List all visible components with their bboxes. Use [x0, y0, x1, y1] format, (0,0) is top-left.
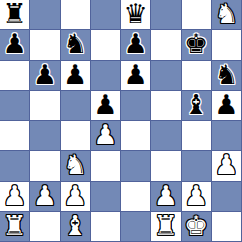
square-e4[interactable] [121, 121, 151, 151]
square-a2[interactable]: ♟ [0, 182, 30, 212]
square-h1[interactable] [212, 212, 242, 242]
square-c8[interactable] [61, 0, 91, 30]
square-g7[interactable]: ♚ [182, 30, 212, 60]
square-f6[interactable] [151, 61, 181, 91]
square-d4[interactable]: ♟ [91, 121, 121, 151]
piece-black-king: ♚ [184, 30, 208, 57]
square-b8[interactable] [30, 0, 60, 30]
square-e1[interactable] [121, 212, 151, 242]
piece-black-knight: ♞ [214, 61, 238, 88]
square-f4[interactable] [151, 121, 181, 151]
square-c6[interactable]: ♟ [61, 61, 91, 91]
piece-white-knight: ♞ [63, 151, 87, 178]
square-g2[interactable]: ♟ [182, 182, 212, 212]
square-h2[interactable] [212, 182, 242, 212]
square-h8[interactable]: ♞ [212, 0, 242, 30]
piece-white-knight: ♞ [214, 0, 238, 27]
square-a4[interactable] [0, 121, 30, 151]
piece-black-rook: ♜ [3, 0, 27, 27]
square-a5[interactable] [0, 91, 30, 121]
square-b3[interactable] [30, 151, 60, 181]
square-d5[interactable]: ♟ [91, 91, 121, 121]
piece-white-pawn: ♟ [214, 151, 238, 178]
piece-white-pawn: ♟ [93, 121, 117, 148]
square-h3[interactable]: ♟ [212, 151, 242, 181]
piece-black-pawn: ♟ [214, 91, 238, 118]
piece-black-pawn: ♟ [124, 61, 148, 88]
square-g4[interactable] [182, 121, 212, 151]
piece-black-pawn: ♟ [3, 30, 27, 57]
square-g1[interactable]: ♚ [182, 212, 212, 242]
square-g8[interactable] [182, 0, 212, 30]
square-b5[interactable] [30, 91, 60, 121]
square-b2[interactable]: ♟ [30, 182, 60, 212]
square-a1[interactable]: ♜ [0, 212, 30, 242]
square-e3[interactable] [121, 151, 151, 181]
square-c7[interactable]: ♞ [61, 30, 91, 60]
piece-black-pawn: ♟ [93, 91, 117, 118]
piece-black-pawn: ♟ [124, 30, 148, 57]
piece-black-bishop: ♝ [184, 91, 208, 118]
square-e5[interactable] [121, 91, 151, 121]
square-h6[interactable]: ♞ [212, 61, 242, 91]
piece-black-knight: ♞ [63, 30, 87, 57]
square-a8[interactable]: ♜ [0, 0, 30, 30]
square-h5[interactable]: ♟ [212, 91, 242, 121]
square-b7[interactable] [30, 30, 60, 60]
square-f2[interactable]: ♟ [151, 182, 181, 212]
piece-white-pawn: ♟ [3, 182, 27, 209]
square-d6[interactable] [91, 61, 121, 91]
chess-board: ♜♛♞♟♞♟♚♟♟♟♞♟♝♟♟♞♟♟♟♟♟♟♜♝♜♚ [0, 0, 242, 242]
square-a6[interactable] [0, 61, 30, 91]
square-f5[interactable] [151, 91, 181, 121]
piece-black-pawn: ♟ [63, 61, 87, 88]
piece-white-king: ♚ [184, 212, 208, 239]
square-b6[interactable]: ♟ [30, 61, 60, 91]
square-h4[interactable] [212, 121, 242, 151]
square-g6[interactable] [182, 61, 212, 91]
square-b1[interactable] [30, 212, 60, 242]
square-f1[interactable]: ♜ [151, 212, 181, 242]
square-d8[interactable] [91, 0, 121, 30]
piece-white-pawn: ♟ [63, 182, 87, 209]
square-b4[interactable] [30, 121, 60, 151]
square-e7[interactable]: ♟ [121, 30, 151, 60]
square-e2[interactable] [121, 182, 151, 212]
square-c4[interactable] [61, 121, 91, 151]
square-c5[interactable] [61, 91, 91, 121]
square-a3[interactable] [0, 151, 30, 181]
square-e6[interactable]: ♟ [121, 61, 151, 91]
square-d1[interactable] [91, 212, 121, 242]
square-e8[interactable]: ♛ [121, 0, 151, 30]
square-c2[interactable]: ♟ [61, 182, 91, 212]
square-c3[interactable]: ♞ [61, 151, 91, 181]
piece-white-rook: ♜ [3, 212, 27, 239]
square-g3[interactable] [182, 151, 212, 181]
piece-white-pawn: ♟ [154, 182, 178, 209]
square-c1[interactable]: ♝ [61, 212, 91, 242]
piece-black-pawn: ♟ [33, 61, 57, 88]
square-g5[interactable]: ♝ [182, 91, 212, 121]
square-f3[interactable] [151, 151, 181, 181]
square-a7[interactable]: ♟ [0, 30, 30, 60]
piece-white-pawn: ♟ [184, 182, 208, 209]
square-f7[interactable] [151, 30, 181, 60]
square-f8[interactable] [151, 0, 181, 30]
piece-white-pawn: ♟ [33, 182, 57, 209]
piece-white-bishop: ♝ [63, 212, 87, 239]
square-d7[interactable] [91, 30, 121, 60]
square-h7[interactable] [212, 30, 242, 60]
piece-black-queen: ♛ [124, 0, 148, 27]
piece-white-rook: ♜ [154, 212, 178, 239]
square-d2[interactable] [91, 182, 121, 212]
square-d3[interactable] [91, 151, 121, 181]
